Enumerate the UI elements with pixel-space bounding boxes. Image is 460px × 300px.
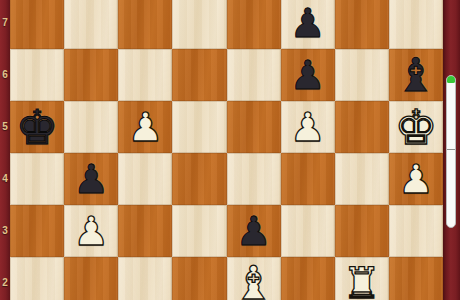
- square-e3[interactable]: ♟: [227, 205, 281, 257]
- square-g7[interactable]: [335, 0, 389, 49]
- square-d5[interactable]: [172, 101, 226, 153]
- rank-label-6: 6: [0, 69, 10, 81]
- square-b4[interactable]: ♟: [64, 153, 118, 205]
- square-a6[interactable]: [10, 49, 64, 101]
- rank-label-3: 3: [0, 225, 10, 237]
- rank-label-4: 4: [0, 173, 10, 185]
- square-f5[interactable]: ♟: [281, 101, 335, 153]
- square-h6[interactable]: ♝: [389, 49, 443, 101]
- square-g6[interactable]: [335, 49, 389, 101]
- white-bishop-e2[interactable]: ♝: [233, 257, 274, 300]
- square-g3[interactable]: [335, 205, 389, 257]
- scrollbar-green-cap-icon: [447, 76, 455, 83]
- rank-label-2: 2: [0, 277, 10, 289]
- square-b7[interactable]: [64, 0, 118, 49]
- square-f4[interactable]: [281, 153, 335, 205]
- square-d7[interactable]: [172, 0, 226, 49]
- white-rook-g2[interactable]: ♜: [343, 257, 382, 300]
- square-f6[interactable]: ♟: [281, 49, 335, 101]
- rank-label-5: 5: [0, 121, 10, 133]
- square-d2[interactable]: [172, 257, 226, 300]
- square-g4[interactable]: [335, 153, 389, 205]
- white-king-h5[interactable]: ♚: [394, 101, 437, 153]
- square-d6[interactable]: [172, 49, 226, 101]
- black-pawn-b4[interactable]: ♟: [73, 153, 109, 205]
- square-g2[interactable]: ♜: [335, 257, 389, 300]
- square-c6[interactable]: [118, 49, 172, 101]
- square-b3[interactable]: ♟: [64, 205, 118, 257]
- black-king-a5[interactable]: ♚: [16, 101, 59, 153]
- square-b2[interactable]: [64, 257, 118, 300]
- square-c2[interactable]: [118, 257, 172, 300]
- white-pawn-h4[interactable]: ♟: [398, 153, 434, 205]
- scrollbar-thumb[interactable]: [446, 75, 456, 228]
- square-h5[interactable]: ♚: [389, 101, 443, 153]
- square-c5[interactable]: ♟: [118, 101, 172, 153]
- square-a2[interactable]: [10, 257, 64, 300]
- rank-label-7: 7: [0, 17, 10, 29]
- square-e2[interactable]: ♝: [227, 257, 281, 300]
- white-pawn-b3[interactable]: ♟: [73, 205, 109, 257]
- square-b6[interactable]: [64, 49, 118, 101]
- square-f3[interactable]: [281, 205, 335, 257]
- square-e6[interactable]: [227, 49, 281, 101]
- square-d4[interactable]: [172, 153, 226, 205]
- scrollbar-midline: [447, 149, 455, 150]
- black-pawn-f7[interactable]: ♟: [290, 0, 326, 49]
- black-pawn-e3[interactable]: ♟: [236, 205, 272, 257]
- square-a4[interactable]: [10, 153, 64, 205]
- square-f7[interactable]: ♟: [281, 0, 335, 49]
- square-h2[interactable]: [389, 257, 443, 300]
- square-h7[interactable]: [389, 0, 443, 49]
- square-e4[interactable]: [227, 153, 281, 205]
- square-h3[interactable]: [389, 205, 443, 257]
- black-pawn-f6[interactable]: ♟: [290, 49, 326, 101]
- board-left-frame: 765432: [0, 0, 10, 300]
- square-c4[interactable]: [118, 153, 172, 205]
- square-a7[interactable]: [10, 0, 64, 49]
- square-d3[interactable]: [172, 205, 226, 257]
- square-c3[interactable]: [118, 205, 172, 257]
- square-e5[interactable]: [227, 101, 281, 153]
- square-a5[interactable]: ♚: [10, 101, 64, 153]
- square-h4[interactable]: ♟: [389, 153, 443, 205]
- black-bishop-h6[interactable]: ♝: [395, 49, 436, 101]
- chess-board: ♟♟♝♚♟♟♚♟♟♟♟♝♜: [10, 0, 443, 300]
- board-right-frame: [443, 0, 460, 300]
- square-c7[interactable]: [118, 0, 172, 49]
- square-f2[interactable]: [281, 257, 335, 300]
- white-pawn-f5[interactable]: ♟: [290, 101, 326, 153]
- square-b5[interactable]: [64, 101, 118, 153]
- chess-widget: ♟♟♝♚♟♟♚♟♟♟♟♝♜ 765432: [0, 0, 460, 300]
- white-pawn-c5[interactable]: ♟: [127, 101, 163, 153]
- square-a3[interactable]: [10, 205, 64, 257]
- square-e7[interactable]: [227, 0, 281, 49]
- square-g5[interactable]: [335, 101, 389, 153]
